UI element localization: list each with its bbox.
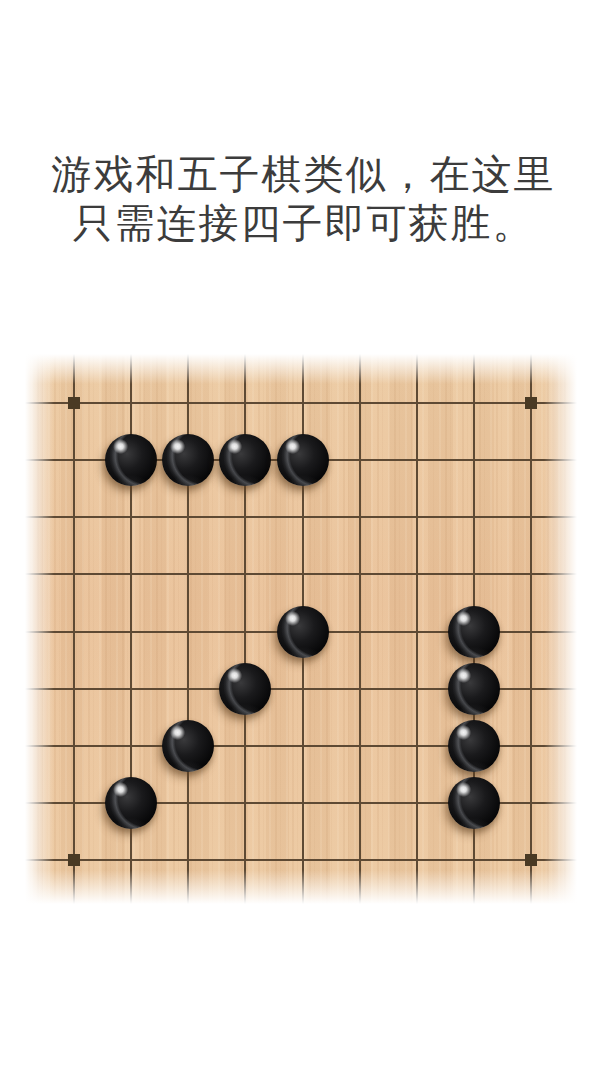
black-stone <box>277 606 329 658</box>
black-stone <box>162 434 214 486</box>
caption-line-1: 游戏和五子棋类似，在这里 <box>0 150 607 199</box>
black-stone <box>277 434 329 486</box>
tutorial-caption: 游戏和五子棋类似，在这里 只需连接四子即可获胜。 <box>0 150 607 248</box>
stone-layer <box>20 350 586 914</box>
board[interactable] <box>20 350 586 914</box>
black-stone <box>105 777 157 829</box>
black-stone <box>219 663 271 715</box>
black-stone <box>448 777 500 829</box>
black-stone <box>105 434 157 486</box>
black-stone <box>219 434 271 486</box>
black-stone <box>448 606 500 658</box>
black-stone <box>448 720 500 772</box>
caption-line-2: 只需连接四子即可获胜。 <box>0 199 607 248</box>
black-stone <box>162 720 214 772</box>
screen: 游戏和五子棋类似，在这里 只需连接四子即可获胜。 <box>0 0 607 1080</box>
black-stone <box>448 663 500 715</box>
